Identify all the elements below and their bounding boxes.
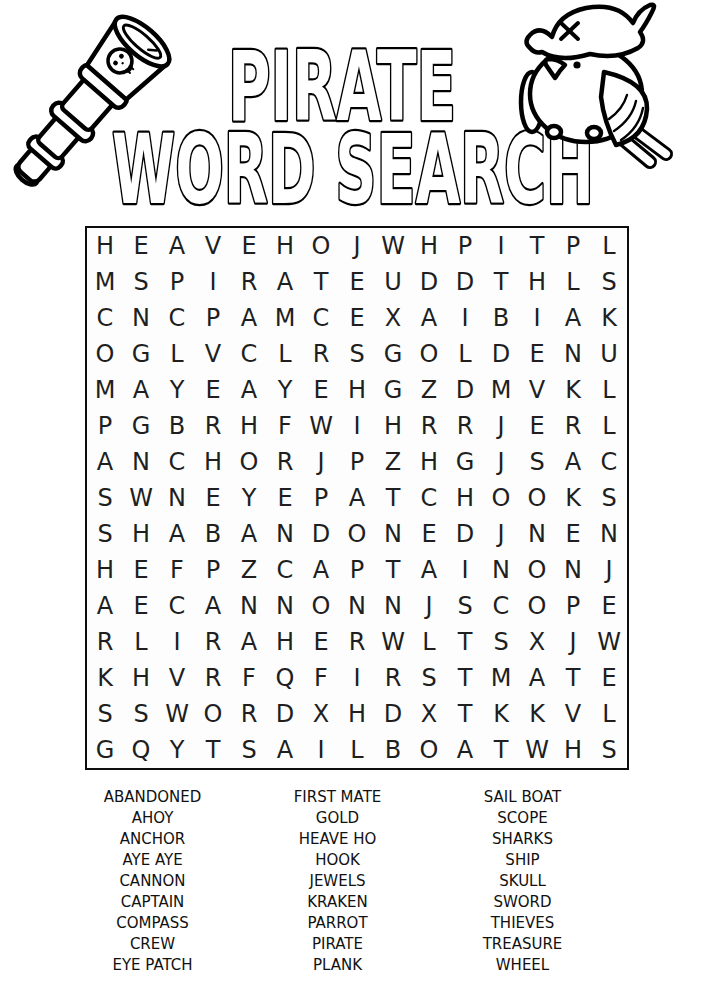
grid-cell-r4c7[interactable]: R	[303, 336, 339, 372]
grid-cell-r6c15[interactable]: L	[591, 408, 627, 444]
grid-cell-r10c4[interactable]: P	[195, 552, 231, 588]
word-item: FIRST MATE	[245, 787, 430, 808]
word-grid: HEAVEHOJWHPITPLMSPIRATEUDDTHLSCNCPAMCEXA…	[85, 226, 629, 770]
grid-cell-r3c2[interactable]: N	[123, 300, 159, 336]
grid-cell-r5c10[interactable]: Z	[411, 372, 447, 408]
grid-cell-r11c10[interactable]: J	[411, 588, 447, 624]
grid-cell-r1c2[interactable]: E	[123, 228, 159, 264]
grid-cell-r7c11[interactable]: G	[447, 444, 483, 480]
grid-cell-r11c13[interactable]: O	[519, 588, 555, 624]
grid-cell-r5c1[interactable]: M	[87, 372, 123, 408]
grid-cell-r1c9[interactable]: W	[375, 228, 411, 264]
grid-cell-r2c14[interactable]: L	[555, 264, 591, 300]
grid-cell-r11c3[interactable]: C	[159, 588, 195, 624]
grid-cell-r13c9[interactable]: R	[375, 660, 411, 696]
grid-cell-r9c13[interactable]: N	[519, 516, 555, 552]
grid-cell-r1c12[interactable]: I	[483, 228, 519, 264]
grid-cell-r8c7[interactable]: P	[303, 480, 339, 516]
grid-cell-r13c14[interactable]: T	[555, 660, 591, 696]
grid-cell-r6c8[interactable]: I	[339, 408, 375, 444]
word-item: AYE AYE	[60, 850, 245, 871]
grid-cell-r5c11[interactable]: D	[447, 372, 483, 408]
grid-cell-r13c4[interactable]: R	[195, 660, 231, 696]
word-item: CAPTAIN	[60, 892, 245, 913]
grid-cell-r4c10[interactable]: O	[411, 336, 447, 372]
grid-cell-r12c9[interactable]: W	[375, 624, 411, 660]
grid-cell-r14c7[interactable]: X	[303, 696, 339, 732]
grid-cell-r13c15[interactable]: E	[591, 660, 627, 696]
grid-cell-r15c12[interactable]: T	[483, 732, 519, 768]
grid-cell-r14c10[interactable]: X	[411, 696, 447, 732]
grid-cell-r11c5[interactable]: N	[231, 588, 267, 624]
grid-cell-r1c15[interactable]: L	[591, 228, 627, 264]
grid-cell-r3c15[interactable]: K	[591, 300, 627, 336]
grid-cell-r11c8[interactable]: N	[339, 588, 375, 624]
grid-cell-r13c5[interactable]: F	[231, 660, 267, 696]
grid-cell-r10c6[interactable]: C	[267, 552, 303, 588]
grid-cell-r5c15[interactable]: L	[591, 372, 627, 408]
grid-cell-r4c14[interactable]: N	[555, 336, 591, 372]
word-list-column-3: SAIL BOATSCOPESHARKSSHIPSKULLSWORDTHIEVE…	[430, 787, 615, 976]
grid-cell-r5c8[interactable]: H	[339, 372, 375, 408]
grid-cell-r4c11[interactable]: L	[447, 336, 483, 372]
grid-cell-r11c14[interactable]: P	[555, 588, 591, 624]
grid-cell-r12c3[interactable]: I	[159, 624, 195, 660]
grid-cell-r1c4[interactable]: V	[195, 228, 231, 264]
grid-cell-r12c12[interactable]: S	[483, 624, 519, 660]
grid-cell-r8c10[interactable]: C	[411, 480, 447, 516]
word-item: SAIL BOAT	[430, 787, 615, 808]
grid-cell-r3c10[interactable]: A	[411, 300, 447, 336]
grid-cell-r9c11[interactable]: D	[447, 516, 483, 552]
grid-cell-r11c2[interactable]: E	[123, 588, 159, 624]
grid-cell-r9c9[interactable]: N	[375, 516, 411, 552]
word-list: ABANDONEDAHOYANCHORAYE AYECANNONCAPTAINC…	[60, 787, 615, 976]
grid-cell-r9c15[interactable]: N	[591, 516, 627, 552]
grid-cell-r12c5[interactable]: A	[231, 624, 267, 660]
grid-cell-r15c2[interactable]: Q	[123, 732, 159, 768]
grid-cell-r14c9[interactable]: D	[375, 696, 411, 732]
grid-cell-r7c13[interactable]: S	[519, 444, 555, 480]
grid-cell-r8c1[interactable]: S	[87, 480, 123, 516]
grid-cell-r5c4[interactable]: E	[195, 372, 231, 408]
grid-cell-r7c3[interactable]: C	[159, 444, 195, 480]
grid-cell-r9c7[interactable]: D	[303, 516, 339, 552]
grid-cell-r7c14[interactable]: A	[555, 444, 591, 480]
grid-cell-r1c10[interactable]: H	[411, 228, 447, 264]
grid-cell-r14c6[interactable]: D	[267, 696, 303, 732]
grid-cell-r10c1[interactable]: H	[87, 552, 123, 588]
grid-cell-r5c5[interactable]: A	[231, 372, 267, 408]
grid-cell-r13c11[interactable]: T	[447, 660, 483, 696]
grid-cell-r1c3[interactable]: A	[159, 228, 195, 264]
grid-cell-r7c9[interactable]: Z	[375, 444, 411, 480]
parrot-foot	[587, 127, 601, 139]
grid-cell-r11c4[interactable]: A	[195, 588, 231, 624]
grid-cell-r7c2[interactable]: N	[123, 444, 159, 480]
grid-cell-r10c7[interactable]: A	[303, 552, 339, 588]
grid-cell-r4c13[interactable]: E	[519, 336, 555, 372]
grid-cell-r8c3[interactable]: N	[159, 480, 195, 516]
grid-cell-r11c12[interactable]: C	[483, 588, 519, 624]
grid-cell-r10c3[interactable]: F	[159, 552, 195, 588]
grid-cell-r14c2[interactable]: S	[123, 696, 159, 732]
grid-cell-r1c5[interactable]: E	[231, 228, 267, 264]
grid-cell-r12c13[interactable]: X	[519, 624, 555, 660]
grid-cell-r8c6[interactable]: E	[267, 480, 303, 516]
grid-cell-r5c12[interactable]: M	[483, 372, 519, 408]
grid-cell-r2c11[interactable]: D	[447, 264, 483, 300]
grid-cell-r4c9[interactable]: G	[375, 336, 411, 372]
grid-cell-r9c10[interactable]: E	[411, 516, 447, 552]
grid-cell-r14c4[interactable]: O	[195, 696, 231, 732]
grid-cell-r5c2[interactable]: A	[123, 372, 159, 408]
grid-cell-r3c1[interactable]: C	[87, 300, 123, 336]
grid-cell-r6c4[interactable]: R	[195, 408, 231, 444]
grid-cell-r3c9[interactable]: X	[375, 300, 411, 336]
grid-cell-r9c12[interactable]: J	[483, 516, 519, 552]
grid-cell-r4c5[interactable]: C	[231, 336, 267, 372]
grid-cell-r7c15[interactable]: C	[591, 444, 627, 480]
grid-cell-r4c1[interactable]: O	[87, 336, 123, 372]
grid-cell-r14c15[interactable]: L	[591, 696, 627, 732]
grid-cell-r10c14[interactable]: N	[555, 552, 591, 588]
grid-cell-r6c6[interactable]: F	[267, 408, 303, 444]
grid-cell-r2c7[interactable]: T	[303, 264, 339, 300]
word-item: PLANK	[245, 955, 430, 976]
grid-cell-r12c6[interactable]: H	[267, 624, 303, 660]
grid-cell-r13c12[interactable]: M	[483, 660, 519, 696]
word-item: EYE PATCH	[60, 955, 245, 976]
grid-cell-r14c11[interactable]: T	[447, 696, 483, 732]
word-item: SHARKS	[430, 829, 615, 850]
grid-cell-r7c6[interactable]: R	[267, 444, 303, 480]
grid-cell-r2c9[interactable]: U	[375, 264, 411, 300]
grid-cell-r2c4[interactable]: I	[195, 264, 231, 300]
grid-cell-r15c3[interactable]: Y	[159, 732, 195, 768]
grid-cell-r8c4[interactable]: E	[195, 480, 231, 516]
grid-cell-r13c1[interactable]: K	[87, 660, 123, 696]
word-item: ABANDONED	[60, 787, 245, 808]
word-item: THIEVES	[430, 913, 615, 934]
word-item: COMPASS	[60, 913, 245, 934]
word-list-column-2: FIRST MATEGOLDHEAVE HOHOOKJEWELSKRAKENPA…	[245, 787, 430, 976]
parrot-eye	[573, 61, 580, 68]
grid-cell-r2c13[interactable]: H	[519, 264, 555, 300]
grid-cell-r7c4[interactable]: H	[195, 444, 231, 480]
grid-cell-r14c5[interactable]: R	[231, 696, 267, 732]
grid-cell-r10c9[interactable]: T	[375, 552, 411, 588]
grid-cell-r8c14[interactable]: K	[555, 480, 591, 516]
grid-cell-r15c9[interactable]: B	[375, 732, 411, 768]
grid-cell-r5c9[interactable]: G	[375, 372, 411, 408]
word-item: CANNON	[60, 871, 245, 892]
grid-cell-r3c12[interactable]: B	[483, 300, 519, 336]
grid-cell-r9c14[interactable]: E	[555, 516, 591, 552]
grid-cell-r2c3[interactable]: P	[159, 264, 195, 300]
grid-cell-r7c7[interactable]: J	[303, 444, 339, 480]
grid-cell-r10c13[interactable]: O	[519, 552, 555, 588]
grid-cell-r11c7[interactable]: O	[303, 588, 339, 624]
grid-cell-r11c11[interactable]: S	[447, 588, 483, 624]
grid-cell-r8c2[interactable]: W	[123, 480, 159, 516]
grid-cell-r1c1[interactable]: H	[87, 228, 123, 264]
worksheet-page: PIRATE WORD SEARCH	[0, 0, 707, 1000]
grid-cell-r15c6[interactable]: A	[267, 732, 303, 768]
grid-cell-r6c2[interactable]: G	[123, 408, 159, 444]
grid-cell-r8c8[interactable]: A	[339, 480, 375, 516]
grid-cell-r11c15[interactable]: E	[591, 588, 627, 624]
grid-cell-r12c14[interactable]: J	[555, 624, 591, 660]
word-item: SHIP	[430, 850, 615, 871]
grid-cell-r2c1[interactable]: M	[87, 264, 123, 300]
grid-cell-r15c11[interactable]: A	[447, 732, 483, 768]
grid-cell-r3c11[interactable]: I	[447, 300, 483, 336]
grid-cell-r13c2[interactable]: H	[123, 660, 159, 696]
grid-cell-r15c15[interactable]: S	[591, 732, 627, 768]
grid-cell-r13c13[interactable]: A	[519, 660, 555, 696]
grid-cell-r13c6[interactable]: Q	[267, 660, 303, 696]
grid-cell-r4c2[interactable]: G	[123, 336, 159, 372]
grid-cell-r14c3[interactable]: W	[159, 696, 195, 732]
grid-cell-r15c5[interactable]: S	[231, 732, 267, 768]
grid-cell-r10c15[interactable]: J	[591, 552, 627, 588]
grid-cell-r10c8[interactable]: P	[339, 552, 375, 588]
grid-cell-r14c12[interactable]: K	[483, 696, 519, 732]
grid-cell-r15c8[interactable]: L	[339, 732, 375, 768]
grid-cell-r8c9[interactable]: T	[375, 480, 411, 516]
grid-cell-r1c7[interactable]: O	[303, 228, 339, 264]
grid-cell-r2c6[interactable]: A	[267, 264, 303, 300]
grid-cell-r9c6[interactable]: N	[267, 516, 303, 552]
word-item: SCOPE	[430, 808, 615, 829]
parrot-foot	[547, 126, 561, 138]
word-item: CREW	[60, 934, 245, 955]
grid-cell-r15c13[interactable]: W	[519, 732, 555, 768]
word-item: PIRATE	[245, 934, 430, 955]
grid-cell-r3c3[interactable]: C	[159, 300, 195, 336]
grid-cell-r1c14[interactable]: P	[555, 228, 591, 264]
grid-cell-r10c5[interactable]: Z	[231, 552, 267, 588]
grid-cell-r8c12[interactable]: O	[483, 480, 519, 516]
grid-cell-r1c13[interactable]: T	[519, 228, 555, 264]
grid-cell-r6c11[interactable]: R	[447, 408, 483, 444]
word-item: HOOK	[245, 850, 430, 871]
grid-cell-r12c2[interactable]: L	[123, 624, 159, 660]
grid-cell-r1c11[interactable]: P	[447, 228, 483, 264]
word-item: AHOY	[60, 808, 245, 829]
grid-cell-r6c3[interactable]: B	[159, 408, 195, 444]
grid-cell-r3c4[interactable]: P	[195, 300, 231, 336]
grid-cell-r3c5[interactable]: A	[231, 300, 267, 336]
grid-cell-r5c13[interactable]: V	[519, 372, 555, 408]
grid-cell-r4c8[interactable]: S	[339, 336, 375, 372]
grid-cell-r13c3[interactable]: V	[159, 660, 195, 696]
grid-cell-r6c12[interactable]: J	[483, 408, 519, 444]
grid-cell-r12c7[interactable]: E	[303, 624, 339, 660]
grid-cell-r1c6[interactable]: H	[267, 228, 303, 264]
grid-cell-r5c6[interactable]: Y	[267, 372, 303, 408]
grid-cell-r4c15[interactable]: U	[591, 336, 627, 372]
grid-cell-r8c15[interactable]: S	[591, 480, 627, 516]
grid-cell-r6c13[interactable]: E	[519, 408, 555, 444]
word-item: ANCHOR	[60, 829, 245, 850]
grid-cell-r9c4[interactable]: B	[195, 516, 231, 552]
grid-cell-r6c5[interactable]: H	[231, 408, 267, 444]
word-item: PARROT	[245, 913, 430, 934]
grid-cell-r12c1[interactable]: R	[87, 624, 123, 660]
page-title-line2: WORD SEARCH	[112, 114, 594, 225]
grid-cell-r13c8[interactable]: I	[339, 660, 375, 696]
word-item: HEAVE HO	[245, 829, 430, 850]
grid-cell-r14c1[interactable]: S	[87, 696, 123, 732]
grid-cell-r3c7[interactable]: C	[303, 300, 339, 336]
word-item: SWORD	[430, 892, 615, 913]
grid-cell-r9c8[interactable]: O	[339, 516, 375, 552]
grid-cell-r6c7[interactable]: W	[303, 408, 339, 444]
grid-cell-r11c9[interactable]: N	[375, 588, 411, 624]
grid-cell-r4c12[interactable]: D	[483, 336, 519, 372]
grid-cell-r7c5[interactable]: O	[231, 444, 267, 480]
grid-cell-r2c8[interactable]: E	[339, 264, 375, 300]
grid-cell-r6c9[interactable]: H	[375, 408, 411, 444]
grid-cell-r5c14[interactable]: K	[555, 372, 591, 408]
grid-cell-r4c6[interactable]: L	[267, 336, 303, 372]
grid-cell-r10c12[interactable]: N	[483, 552, 519, 588]
grid-cell-r14c13[interactable]: K	[519, 696, 555, 732]
grid-cell-r15c10[interactable]: O	[411, 732, 447, 768]
word-item: JEWELS	[245, 871, 430, 892]
word-item: WHEEL	[430, 955, 615, 976]
grid-cell-r3c8[interactable]: E	[339, 300, 375, 336]
header-art: PIRATE WORD SEARCH	[0, 0, 707, 225]
grid-cell-r11c1[interactable]: A	[87, 588, 123, 624]
word-item: GOLD	[245, 808, 430, 829]
grid-cell-r6c1[interactable]: P	[87, 408, 123, 444]
grid-cell-r7c8[interactable]: P	[339, 444, 375, 480]
grid-cell-r12c4[interactable]: R	[195, 624, 231, 660]
grid-cell-r3c13[interactable]: I	[519, 300, 555, 336]
word-item: SKULL	[430, 871, 615, 892]
word-list-column-1: ABANDONEDAHOYANCHORAYE AYECANNONCAPTAINC…	[60, 787, 245, 976]
grid-cell-r15c1[interactable]: G	[87, 732, 123, 768]
grid-cell-r4c3[interactable]: L	[159, 336, 195, 372]
grid-cell-r5c3[interactable]: Y	[159, 372, 195, 408]
grid-cell-r12c15[interactable]: W	[591, 624, 627, 660]
grid-cell-r1c8[interactable]: J	[339, 228, 375, 264]
grid-cell-r7c1[interactable]: A	[87, 444, 123, 480]
grid-cell-r12c10[interactable]: L	[411, 624, 447, 660]
grid-cell-r8c5[interactable]: Y	[231, 480, 267, 516]
grid-cell-r2c2[interactable]: S	[123, 264, 159, 300]
grid-cell-r9c2[interactable]: H	[123, 516, 159, 552]
grid-cell-r9c1[interactable]: S	[87, 516, 123, 552]
grid-cell-r3c6[interactable]: M	[267, 300, 303, 336]
grid-cell-r10c11[interactable]: I	[447, 552, 483, 588]
grid-cell-r7c12[interactable]: J	[483, 444, 519, 480]
grid-cell-r13c7[interactable]: F	[303, 660, 339, 696]
grid-cell-r8c11[interactable]: H	[447, 480, 483, 516]
grid-cell-r14c8[interactable]: H	[339, 696, 375, 732]
grid-cell-r4c4[interactable]: V	[195, 336, 231, 372]
word-item: TREASURE	[430, 934, 615, 955]
grid-cell-r10c2[interactable]: E	[123, 552, 159, 588]
word-item: KRAKEN	[245, 892, 430, 913]
grid-cell-r15c14[interactable]: H	[555, 732, 591, 768]
grid-cell-r2c5[interactable]: R	[231, 264, 267, 300]
grid-cell-r13c10[interactable]: S	[411, 660, 447, 696]
grid-cell-r6c10[interactable]: R	[411, 408, 447, 444]
grid-cell-r11c6[interactable]: N	[267, 588, 303, 624]
grid-cell-r5c7[interactable]: E	[303, 372, 339, 408]
grid-cell-r2c12[interactable]: T	[483, 264, 519, 300]
grid-cell-r15c7[interactable]: I	[303, 732, 339, 768]
grid-cell-r8c13[interactable]: O	[519, 480, 555, 516]
grid-cell-r9c3[interactable]: A	[159, 516, 195, 552]
grid-cell-r12c8[interactable]: R	[339, 624, 375, 660]
grid-cell-r9c5[interactable]: A	[231, 516, 267, 552]
grid-cell-r7c10[interactable]: H	[411, 444, 447, 480]
grid-cell-r10c10[interactable]: A	[411, 552, 447, 588]
grid-cell-r12c11[interactable]: T	[447, 624, 483, 660]
grid-cell-r3c14[interactable]: A	[555, 300, 591, 336]
grid-cell-r14c14[interactable]: V	[555, 696, 591, 732]
grid-cell-r6c14[interactable]: R	[555, 408, 591, 444]
grid-cell-r2c15[interactable]: S	[591, 264, 627, 300]
grid-cell-r2c10[interactable]: D	[411, 264, 447, 300]
pirate-hat-icon	[527, 5, 655, 58]
grid-cell-r15c4[interactable]: T	[195, 732, 231, 768]
